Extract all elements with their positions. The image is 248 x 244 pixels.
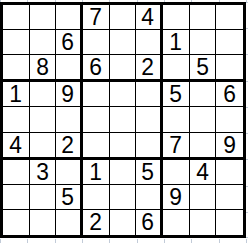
spreadsheet-gridline-tick [246,28,248,29]
sudoku-cell-r3c8[interactable]: 5 [190,55,217,82]
sudoku-cell-r7c3[interactable] [56,160,83,185]
spreadsheet-gridline-tick [82,239,83,243]
sudoku-cell-r4c1[interactable]: 1 [3,82,30,107]
sudoku-cell-r1c3[interactable] [56,5,83,30]
spreadsheet-gridline-tick [55,239,56,243]
sudoku-cell-r8c5[interactable] [110,185,137,210]
sudoku-cell-r6c7[interactable]: 7 [163,133,190,160]
spreadsheet-gridline-tick [246,107,248,108]
sudoku-cell-r7c7[interactable] [163,160,190,185]
given-digit: 2 [62,133,75,157]
sudoku-cell-r2c6[interactable] [136,30,163,55]
sudoku-cell-r3c7[interactable] [163,55,190,82]
given-digit: 5 [196,55,209,79]
sudoku-cell-r8c9[interactable] [216,185,243,210]
spreadsheet-gridline-tick [246,212,248,213]
sudoku-cell-r8c3[interactable]: 5 [56,185,83,210]
spreadsheet-gridline-tick [246,54,248,55]
given-digit: 6 [223,82,236,106]
sudoku-cell-r7c2[interactable]: 3 [30,160,57,185]
sudoku-cell-r1c9[interactable] [216,5,243,30]
sudoku-cell-r2c8[interactable] [190,30,217,55]
spreadsheet-gridlines-right [246,2,248,238]
sudoku-cell-r4c5[interactable] [110,82,137,107]
sudoku-cell-r3c2[interactable]: 8 [30,55,57,82]
given-digit: 6 [89,55,102,79]
sudoku-cell-r1c6[interactable]: 4 [136,5,163,30]
given-digit: 2 [89,210,102,234]
given-digit: 8 [36,55,49,79]
given-digit: 9 [169,185,182,209]
sudoku-cell-r6c1[interactable]: 4 [3,133,30,160]
spreadsheet-gridline-tick [246,186,248,187]
spreadsheet-gridline-tick [27,239,28,243]
sudoku-cell-r4c6[interactable] [136,82,163,107]
sudoku-cell-r1c4[interactable]: 7 [83,5,110,30]
spreadsheet-gridline-tick [246,133,248,134]
sudoku-cell-r2c4[interactable] [83,30,110,55]
sudoku-cell-r1c8[interactable] [190,5,217,30]
sudoku-cell-r3c4[interactable]: 6 [83,55,110,82]
spreadsheet-gridline-tick [246,2,248,3]
sudoku-cell-r3c1[interactable] [3,55,30,82]
spreadsheet-gridline-tick [109,239,110,243]
sudoku-cell-r5c8[interactable] [190,107,217,132]
sudoku-cell-r4c4[interactable] [83,82,110,107]
sudoku-cell-r8c4[interactable] [83,185,110,210]
spreadsheet-gridline-tick [246,239,247,243]
sudoku-cell-r8c1[interactable] [3,185,30,210]
given-digit: 7 [169,133,182,157]
spreadsheet-gridline-tick [246,237,248,238]
sudoku-cell-r4c8[interactable] [190,82,217,107]
sudoku-cell-r1c5[interactable] [110,5,137,30]
sudoku-screenshot: 746186251956427931545926 [0,0,248,244]
sudoku-cell-r7c8[interactable]: 4 [190,160,217,185]
sudoku-cell-r3c3[interactable] [56,55,83,82]
sudoku-cell-r6c6[interactable] [136,133,163,160]
sudoku-cell-r6c5[interactable] [110,133,137,160]
sudoku-cell-r6c8[interactable] [190,133,217,160]
given-digit: 1 [89,160,102,184]
sudoku-cell-r7c9[interactable] [216,160,243,185]
sudoku-cell-r9c7[interactable] [163,210,190,235]
sudoku-cell-r5c5[interactable] [110,107,137,132]
given-digit: 1 [9,82,22,106]
sudoku-cell-r1c7[interactable] [163,5,190,30]
sudoku-cell-r6c9[interactable]: 9 [216,133,243,160]
sudoku-cell-r7c5[interactable] [110,160,137,185]
spreadsheet-gridline-tick [0,239,1,243]
sudoku-cell-r2c2[interactable] [30,30,57,55]
given-digit: 4 [142,5,155,29]
given-digit: 9 [223,133,236,157]
sudoku-cell-r9c2[interactable] [30,210,57,235]
sudoku-cell-r9c1[interactable] [3,210,30,235]
sudoku-cell-r4c7[interactable]: 5 [163,82,190,107]
sudoku-cell-r6c3[interactable]: 2 [56,133,83,160]
given-digit: 1 [169,30,182,54]
sudoku-cell-r8c2[interactable] [30,185,57,210]
sudoku-cell-r9c6[interactable]: 6 [136,210,163,235]
given-digit: 2 [142,55,155,79]
sudoku-cell-r3c5[interactable] [110,55,137,82]
sudoku-cell-r4c2[interactable] [30,82,57,107]
spreadsheet-gridline-tick [246,159,248,160]
sudoku-board: 746186251956427931545926 [0,2,246,238]
sudoku-cell-r6c4[interactable] [83,133,110,160]
sudoku-cell-r5c7[interactable] [163,107,190,132]
sudoku-cell-r2c7[interactable]: 1 [163,30,190,55]
sudoku-cell-r5c9[interactable] [216,107,243,132]
sudoku-cell-r5c2[interactable] [30,107,57,132]
sudoku-cell-r3c9[interactable] [216,55,243,82]
sudoku-cell-r8c8[interactable] [190,185,217,210]
sudoku-cell-r9c3[interactable] [56,210,83,235]
given-digit: 5 [142,160,155,184]
spreadsheet-gridline-tick [137,239,138,243]
spreadsheet-gridline-tick [246,81,248,82]
given-digit: 3 [36,160,49,184]
sudoku-cell-r5c4[interactable] [83,107,110,132]
sudoku-cell-r9c5[interactable] [110,210,137,235]
sudoku-cell-r4c3[interactable]: 9 [56,82,83,107]
sudoku-cell-r2c5[interactable] [110,30,137,55]
sudoku-cell-r9c8[interactable] [190,210,217,235]
given-digit: 5 [169,82,182,106]
sudoku-cell-r1c1[interactable] [3,5,30,30]
sudoku-cell-r2c3[interactable]: 6 [56,30,83,55]
sudoku-cell-r8c6[interactable] [136,185,163,210]
sudoku-cell-r5c1[interactable] [3,107,30,132]
spreadsheet-gridline-tick [191,239,192,243]
sudoku-cell-r7c4[interactable]: 1 [83,160,110,185]
sudoku-cell-r3c6[interactable]: 2 [136,55,163,82]
given-digit: 4 [196,160,209,184]
spreadsheet-gridlines-bottom [0,238,248,244]
given-digit: 5 [62,185,75,209]
sudoku-cell-r9c4[interactable]: 2 [83,210,110,235]
sudoku-cell-r2c9[interactable] [216,30,243,55]
spreadsheet-gridline-tick [164,239,165,243]
sudoku-cell-r9c9[interactable] [216,210,243,235]
sudoku-cell-r5c3[interactable] [56,107,83,132]
given-digit: 4 [9,133,22,157]
sudoku-cell-r6c2[interactable] [30,133,57,160]
spreadsheet-gridline-tick [219,239,220,243]
sudoku-cell-r7c6[interactable]: 5 [136,160,163,185]
sudoku-cell-r5c6[interactable] [136,107,163,132]
given-digit: 6 [142,210,155,234]
sudoku-cell-r7c1[interactable] [3,160,30,185]
sudoku-cell-r4c9[interactable]: 6 [216,82,243,107]
given-digit: 7 [89,5,102,29]
sudoku-cell-r8c7[interactable]: 9 [163,185,190,210]
sudoku-cell-r2c1[interactable] [3,30,30,55]
given-digit: 9 [62,82,75,106]
given-digit: 6 [62,30,75,54]
sudoku-cell-r1c2[interactable] [30,5,57,30]
